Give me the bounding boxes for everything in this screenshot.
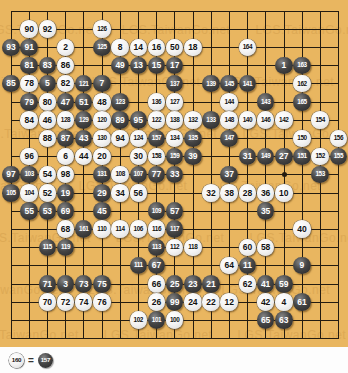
stone-155: 155 — [330, 148, 348, 166]
stone-108: 108 — [111, 166, 129, 184]
stone-127: 127 — [166, 93, 184, 111]
stone-119: 119 — [57, 239, 75, 257]
stone-95: 95 — [130, 111, 148, 129]
stone-76: 76 — [93, 293, 111, 311]
stone-145: 145 — [220, 75, 238, 93]
stone-112: 112 — [166, 239, 184, 257]
stone-60: 60 — [239, 239, 257, 257]
stone-29: 29 — [93, 184, 111, 202]
stone-157: 157 — [148, 130, 166, 148]
stone-156: 156 — [330, 130, 348, 148]
stone-144: 144 — [220, 93, 238, 111]
stone-33: 33 — [166, 166, 184, 184]
stone-68: 68 — [57, 220, 75, 238]
stone-153: 153 — [311, 166, 329, 184]
stone-107: 107 — [130, 166, 148, 184]
stone-120: 120 — [93, 111, 111, 129]
stone-2: 2 — [57, 39, 75, 57]
stone-31: 31 — [239, 148, 257, 166]
stone-150: 150 — [293, 130, 311, 148]
stone-14: 14 — [130, 39, 148, 57]
stone-90: 90 — [20, 20, 38, 38]
stone-151: 151 — [293, 148, 311, 166]
stone-78: 78 — [20, 75, 38, 93]
stone-140: 140 — [239, 111, 257, 129]
stone-128: 128 — [57, 111, 75, 129]
stone-74: 74 — [75, 293, 93, 311]
stone-114: 114 — [111, 220, 129, 238]
stone-52: 52 — [39, 184, 57, 202]
stone-147: 147 — [220, 130, 238, 148]
stone-87: 87 — [57, 130, 75, 148]
stone-62: 62 — [239, 275, 257, 293]
stone-7: 7 — [93, 75, 111, 93]
stone-164: 164 — [239, 39, 257, 57]
stone-135: 135 — [184, 130, 202, 148]
stone-19: 19 — [57, 184, 75, 202]
stone-3: 3 — [57, 275, 75, 293]
stone-93: 93 — [2, 39, 20, 57]
stones-grid: 9092126939121258141650181648183864913151… — [2, 2, 348, 348]
stone-9: 9 — [293, 257, 311, 275]
stone-71: 71 — [39, 275, 57, 293]
stone-91: 91 — [20, 39, 38, 57]
stone-70: 70 — [39, 293, 57, 311]
stone-163: 163 — [293, 57, 311, 75]
stone-82: 82 — [57, 75, 75, 93]
stone-39: 39 — [184, 148, 202, 166]
stone-122: 122 — [148, 111, 166, 129]
stone-49: 49 — [111, 57, 129, 75]
stone-24: 24 — [184, 293, 202, 311]
stone-162: 162 — [293, 75, 311, 93]
caption-white-stone: 160 — [9, 353, 24, 368]
stone-42: 42 — [257, 293, 275, 311]
stone-97: 97 — [2, 166, 20, 184]
stone-56: 56 — [130, 184, 148, 202]
stone-66: 66 — [148, 275, 166, 293]
stone-126: 126 — [93, 20, 111, 38]
stone-158: 158 — [148, 148, 166, 166]
stone-101: 101 — [148, 311, 166, 329]
stone-44: 44 — [75, 148, 93, 166]
go-kifu-screenshot: { "game": "go", "board_size": 19, "diagr… — [0, 0, 348, 373]
stone-138: 138 — [166, 111, 184, 129]
stone-80: 80 — [39, 93, 57, 111]
stone-92: 92 — [39, 20, 57, 38]
stone-75: 75 — [93, 275, 111, 293]
stone-20: 20 — [93, 148, 111, 166]
stone-133: 133 — [202, 111, 220, 129]
stone-53: 53 — [39, 202, 57, 220]
stone-35: 35 — [257, 202, 275, 220]
stone-83: 83 — [39, 57, 57, 75]
stone-12: 12 — [220, 293, 238, 311]
stone-59: 59 — [275, 275, 293, 293]
stone-23: 23 — [184, 275, 202, 293]
stone-139: 139 — [202, 75, 220, 93]
stone-37: 37 — [220, 166, 238, 184]
stone-132: 132 — [184, 111, 202, 129]
stone-103: 103 — [20, 166, 38, 184]
stone-143: 143 — [257, 93, 275, 111]
stone-28: 28 — [239, 184, 257, 202]
stone-154: 154 — [311, 111, 329, 129]
stone-96: 96 — [20, 148, 38, 166]
stone-38: 38 — [220, 184, 238, 202]
stone-148: 148 — [220, 111, 238, 129]
stone-85: 85 — [2, 75, 20, 93]
stone-142: 142 — [275, 111, 293, 129]
stone-118: 118 — [184, 239, 202, 257]
stone-15: 15 — [148, 57, 166, 75]
stone-115: 115 — [39, 239, 57, 257]
stone-13: 13 — [130, 57, 148, 75]
stone-32: 32 — [202, 184, 220, 202]
stone-89: 89 — [111, 111, 129, 129]
stone-121: 121 — [75, 75, 93, 93]
stone-5: 5 — [39, 75, 57, 93]
stone-116: 116 — [148, 220, 166, 238]
stone-41: 41 — [257, 275, 275, 293]
stone-58: 58 — [257, 239, 275, 257]
stone-131: 131 — [93, 166, 111, 184]
stone-81: 81 — [20, 57, 38, 75]
stone-54: 54 — [39, 166, 57, 184]
stone-106: 106 — [130, 220, 148, 238]
stone-47: 47 — [57, 93, 75, 111]
stone-102: 102 — [130, 311, 148, 329]
stone-64: 64 — [220, 257, 238, 275]
stone-46: 46 — [39, 111, 57, 129]
equals-sign: = — [28, 355, 34, 366]
stone-86: 86 — [57, 57, 75, 75]
stone-84: 84 — [20, 111, 38, 129]
stone-100: 100 — [166, 311, 184, 329]
stone-152: 152 — [311, 148, 329, 166]
stone-51: 51 — [75, 93, 93, 111]
stone-123: 123 — [111, 93, 129, 111]
stone-4: 4 — [275, 293, 293, 311]
stone-161: 161 — [75, 220, 93, 238]
stone-57: 57 — [166, 202, 184, 220]
stone-72: 72 — [57, 293, 75, 311]
stone-105: 105 — [2, 184, 20, 202]
stone-11: 11 — [239, 257, 257, 275]
stone-61: 61 — [293, 293, 311, 311]
stone-16: 16 — [148, 39, 166, 57]
stone-55: 55 — [20, 202, 38, 220]
stone-48: 48 — [93, 93, 111, 111]
stone-159: 159 — [166, 148, 184, 166]
stone-124: 124 — [130, 130, 148, 148]
stone-8: 8 — [111, 39, 129, 57]
stone-18: 18 — [184, 39, 202, 57]
move-note-bar: 160 = 157 — [0, 347, 348, 373]
stone-1: 1 — [275, 57, 293, 75]
stone-99: 99 — [166, 293, 184, 311]
stone-26: 26 — [148, 293, 166, 311]
stone-149: 149 — [257, 148, 275, 166]
stone-69: 69 — [57, 202, 75, 220]
stone-17: 17 — [166, 57, 184, 75]
stone-165: 165 — [293, 93, 311, 111]
stone-6: 6 — [57, 148, 75, 166]
stone-36: 36 — [257, 184, 275, 202]
stone-109: 109 — [148, 202, 166, 220]
stone-79: 79 — [20, 93, 38, 111]
stone-65: 65 — [257, 311, 275, 329]
caption-black-stone: 157 — [38, 353, 53, 368]
stone-117: 117 — [166, 220, 184, 238]
stone-25: 25 — [166, 275, 184, 293]
stone-22: 22 — [202, 293, 220, 311]
stone-30: 30 — [130, 148, 148, 166]
stone-125: 125 — [93, 39, 111, 57]
stone-141: 141 — [239, 75, 257, 93]
stone-129: 129 — [75, 111, 93, 129]
stone-137: 137 — [166, 75, 184, 93]
stone-94: 94 — [111, 130, 129, 148]
stone-21: 21 — [202, 275, 220, 293]
stone-110: 110 — [93, 220, 111, 238]
go-board: LGS.TaiwanGo.net LGS.TaiwanGo.net LGS.Ta… — [0, 0, 348, 347]
stone-50: 50 — [166, 39, 184, 57]
stone-134: 134 — [166, 130, 184, 148]
stone-34: 34 — [111, 184, 129, 202]
stone-40: 40 — [293, 220, 311, 238]
stone-27: 27 — [275, 148, 293, 166]
stone-146: 146 — [257, 111, 275, 129]
stone-63: 63 — [275, 311, 293, 329]
stone-136: 136 — [148, 93, 166, 111]
stone-67: 67 — [148, 257, 166, 275]
stone-45: 45 — [93, 202, 111, 220]
stone-10: 10 — [275, 184, 293, 202]
stone-104: 104 — [20, 184, 38, 202]
stone-73: 73 — [75, 275, 93, 293]
stone-111: 111 — [130, 257, 148, 275]
stone-98: 98 — [57, 166, 75, 184]
stone-130: 130 — [93, 130, 111, 148]
stone-43: 43 — [75, 130, 93, 148]
stone-113: 113 — [148, 239, 166, 257]
stone-77: 77 — [148, 166, 166, 184]
stone-88: 88 — [39, 130, 57, 148]
